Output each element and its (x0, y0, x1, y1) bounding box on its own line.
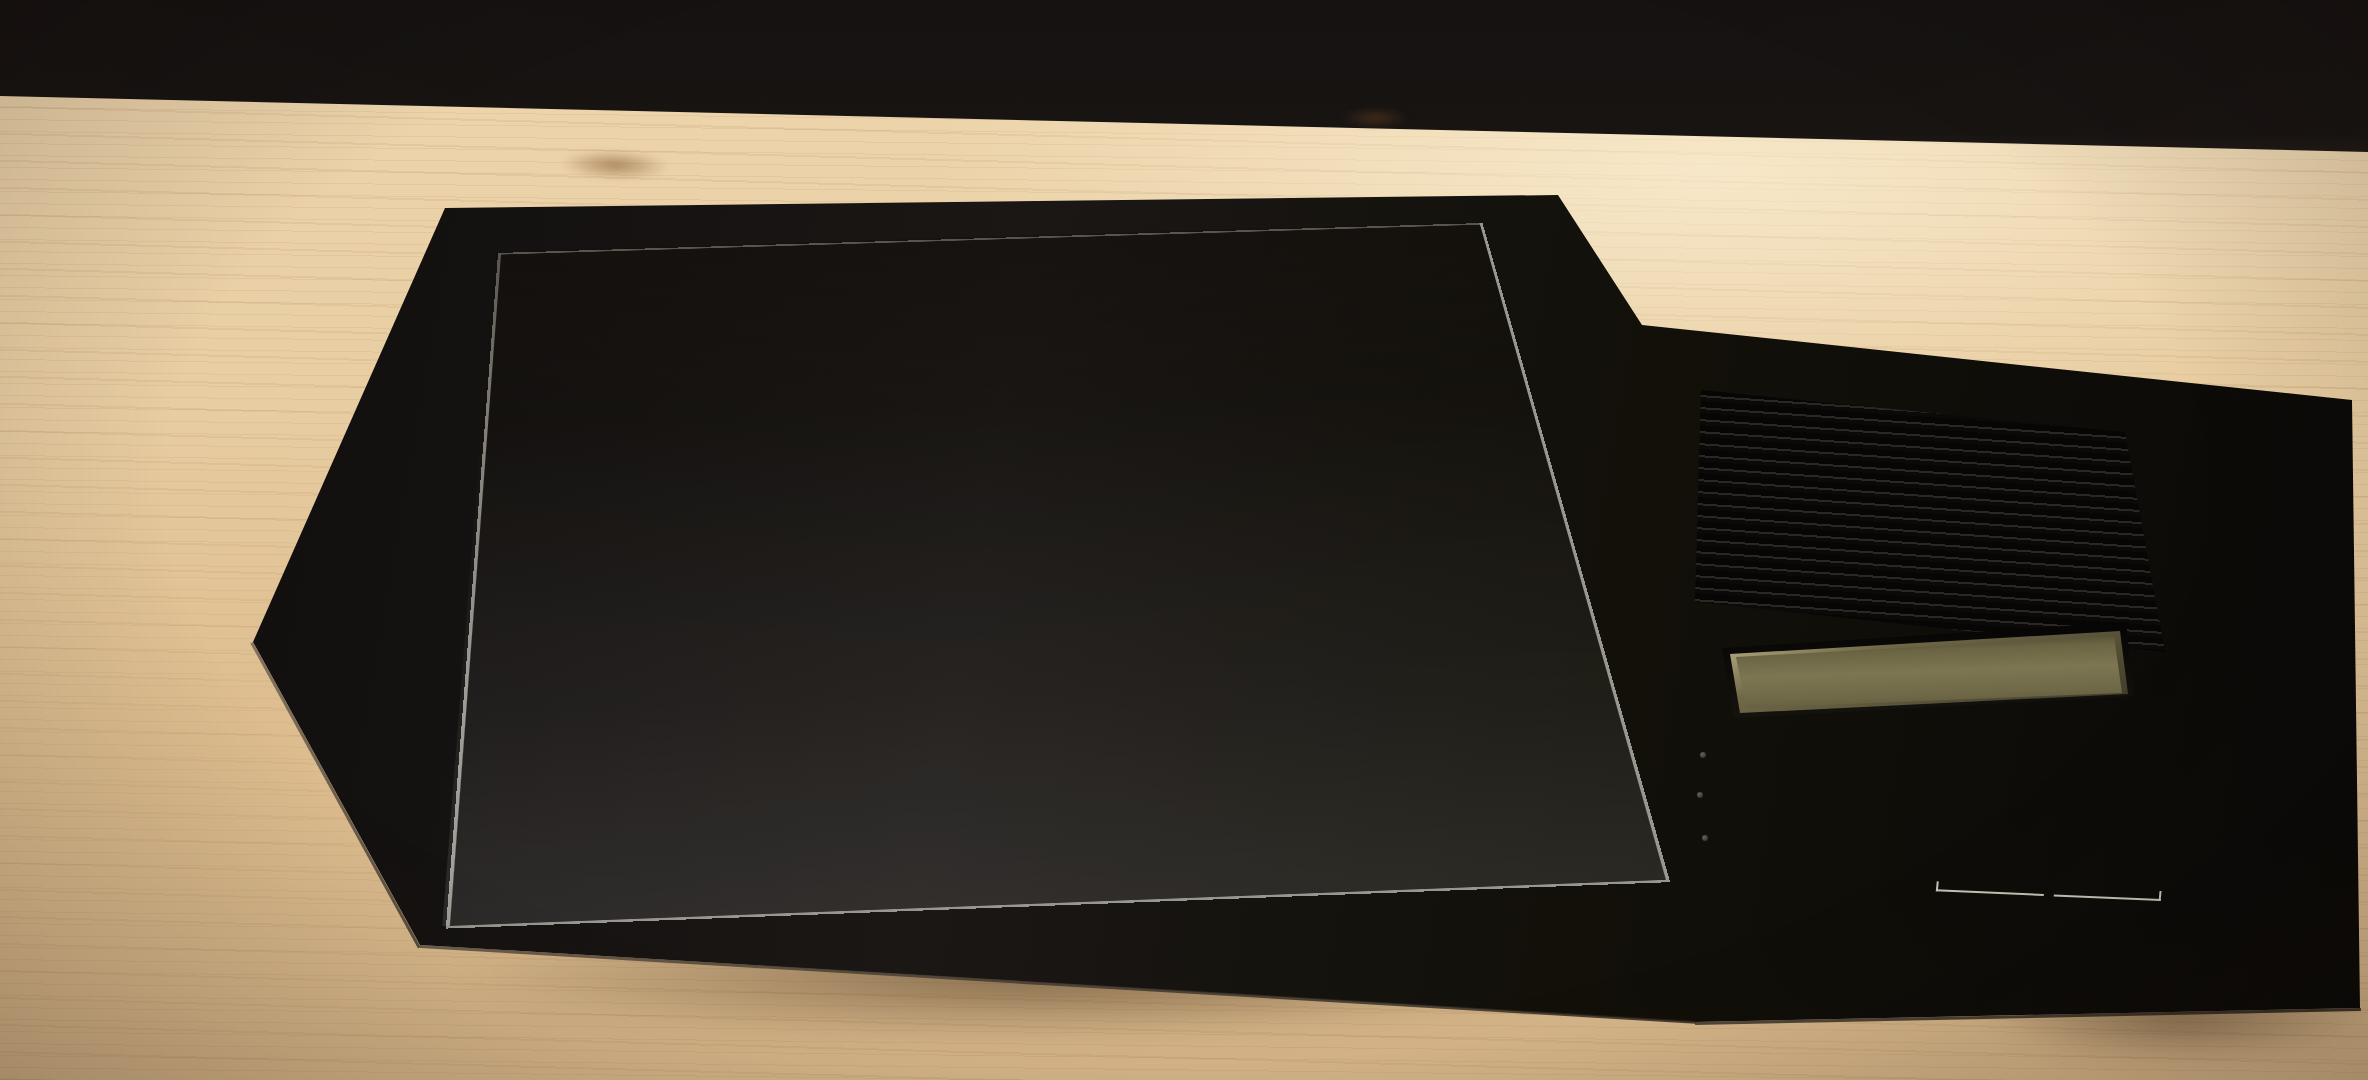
screw-dot (1697, 792, 1703, 798)
board-grid (446, 223, 1670, 929)
wood-knot (560, 148, 671, 182)
screw-dot (1700, 752, 1706, 758)
dark-background-band (0, 0, 2368, 170)
screw-dot (1702, 835, 1708, 841)
model-text (1776, 265, 1940, 276)
wood-knot (1340, 108, 1410, 128)
button-panel (1731, 733, 2177, 901)
chessboard (446, 223, 1661, 923)
mephisto-logo (1720, 250, 1940, 276)
chessboard-module (400, 238, 1740, 998)
